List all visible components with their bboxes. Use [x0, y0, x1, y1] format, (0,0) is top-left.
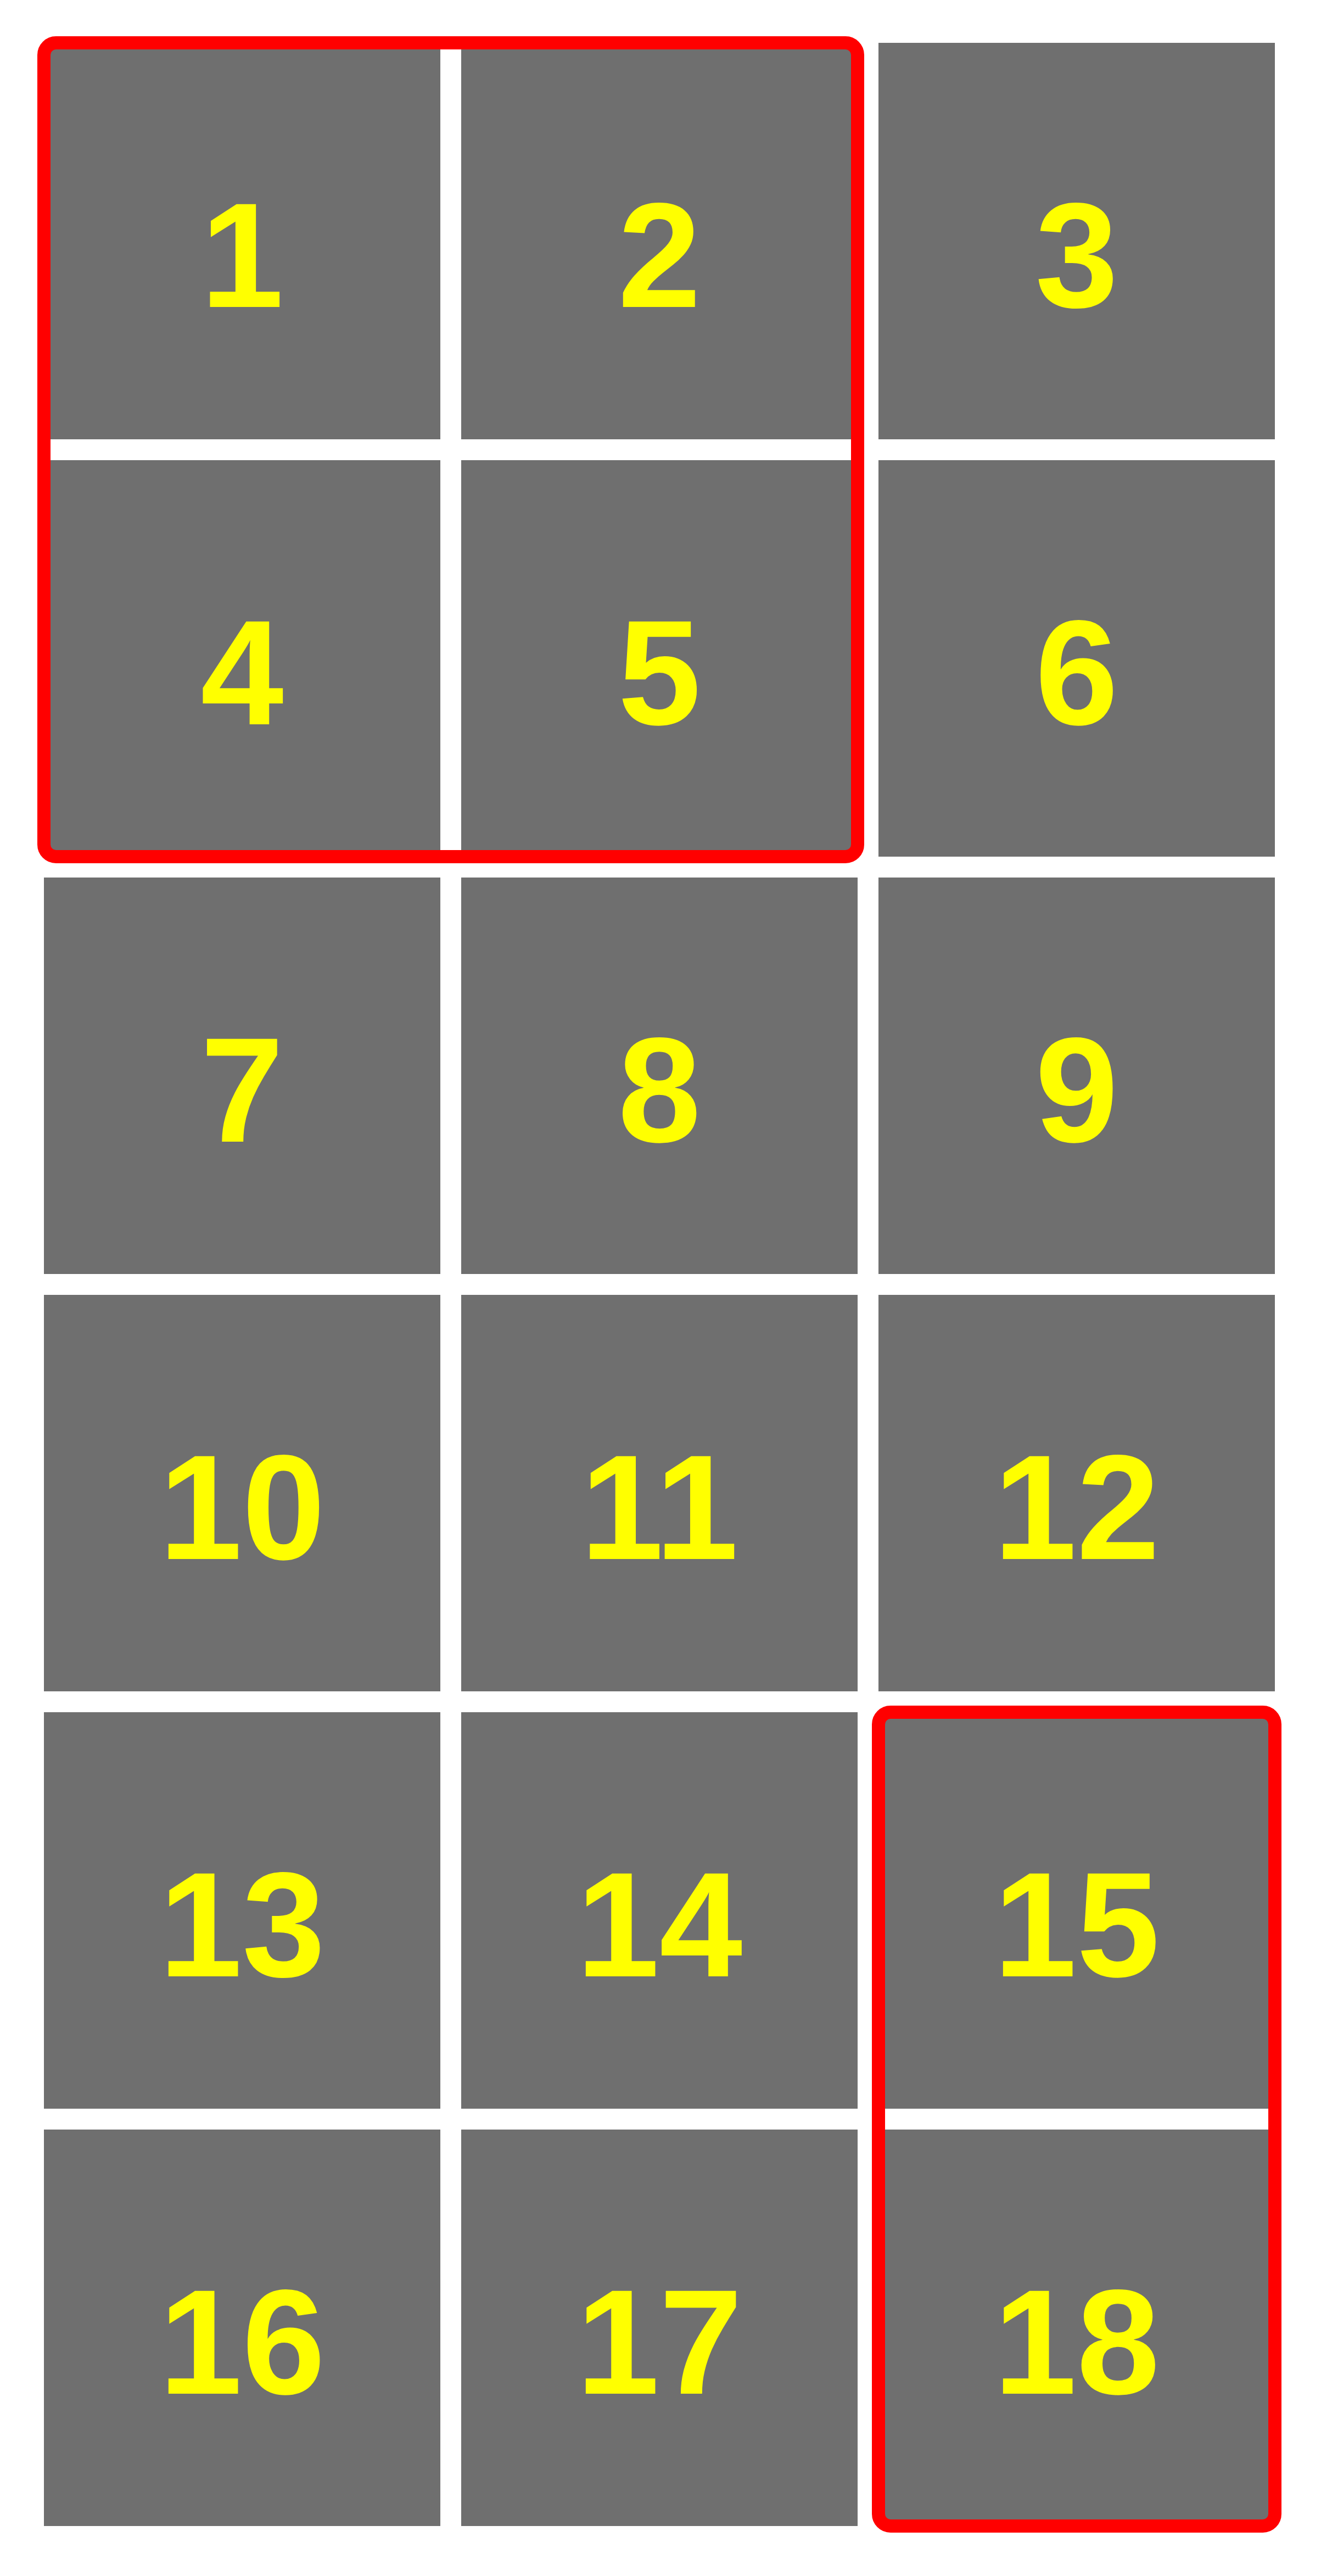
- tile-14-label: 14: [576, 1850, 743, 1999]
- tile-4-label: 4: [200, 598, 283, 747]
- tile-7[interactable]: 7: [44, 878, 440, 1274]
- tile-9-label: 9: [1035, 1015, 1118, 1165]
- tile-11[interactable]: 11: [461, 1295, 858, 1691]
- tile-5[interactable]: 5: [461, 460, 858, 857]
- tile-16-label: 16: [159, 2267, 326, 2417]
- tile-13[interactable]: 13: [44, 1712, 440, 2109]
- tile-1[interactable]: 1: [44, 43, 440, 439]
- tile-3-label: 3: [1035, 181, 1118, 330]
- tile-8[interactable]: 8: [461, 878, 858, 1274]
- tile-3[interactable]: 3: [878, 43, 1275, 439]
- tile-2[interactable]: 2: [461, 43, 858, 439]
- tile-11-label: 11: [580, 1433, 738, 1582]
- tile-14[interactable]: 14: [461, 1712, 858, 2109]
- tile-2-label: 2: [618, 181, 701, 330]
- tile-16[interactable]: 16: [44, 2130, 440, 2526]
- tile-10[interactable]: 10: [44, 1295, 440, 1691]
- tile-10-label: 10: [159, 1433, 326, 1582]
- tile-grid: 1 2 3 4 5 6 7 8 9 10 11 12 13 14 15 16 1…: [44, 43, 1275, 2526]
- tile-12-label: 12: [994, 1433, 1160, 1582]
- tile-18[interactable]: 18: [878, 2130, 1275, 2526]
- tile-15[interactable]: 15: [878, 1712, 1275, 2109]
- tile-15-label: 15: [994, 1850, 1160, 1999]
- tile-9[interactable]: 9: [878, 878, 1275, 1274]
- puzzle-board: 1 2 3 4 5 6 7 8 9 10 11 12 13 14 15 16 1…: [0, 0, 1321, 2576]
- tile-6[interactable]: 6: [878, 460, 1275, 857]
- tile-6-label: 6: [1035, 598, 1118, 747]
- tile-12[interactable]: 12: [878, 1295, 1275, 1691]
- tile-8-label: 8: [618, 1015, 701, 1165]
- tile-13-label: 13: [159, 1850, 326, 1999]
- tile-17[interactable]: 17: [461, 2130, 858, 2526]
- tile-17-label: 17: [576, 2267, 743, 2417]
- tile-18-label: 18: [994, 2267, 1160, 2417]
- tile-7-label: 7: [200, 1015, 283, 1165]
- tile-5-label: 5: [618, 598, 701, 747]
- tile-1-label: 1: [200, 181, 283, 330]
- tile-4[interactable]: 4: [44, 460, 440, 857]
